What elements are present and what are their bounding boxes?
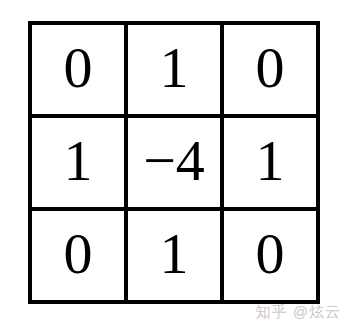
cell-r0c2: 0 bbox=[224, 25, 316, 114]
cell-r2c2: 0 bbox=[224, 211, 316, 300]
cell-r1c1: −4 bbox=[128, 118, 220, 207]
kernel-grid: 0 1 0 1 −4 1 0 1 0 bbox=[28, 21, 320, 304]
cell-r1c0: 1 bbox=[32, 118, 124, 207]
watermark: 知乎 @炫云 bbox=[256, 303, 341, 322]
cell-r0c0: 0 bbox=[32, 25, 124, 114]
cell-r1c2: 1 bbox=[224, 118, 316, 207]
cell-r2c1: 1 bbox=[128, 211, 220, 300]
cell-r2c0: 0 bbox=[32, 211, 124, 300]
cell-r0c1: 1 bbox=[128, 25, 220, 114]
